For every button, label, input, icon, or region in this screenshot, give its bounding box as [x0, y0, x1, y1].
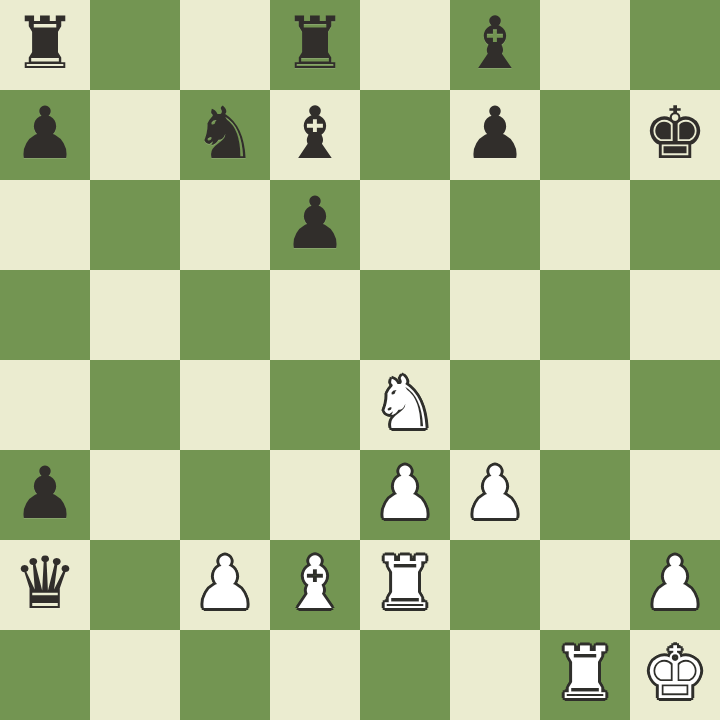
chess-board: ♜♜♝♟♞♝♟♚♟♞♟♟♟♛♟♝♜♟♜♚ — [0, 0, 720, 720]
square-b6[interactable] — [90, 180, 180, 270]
piece-white-rook[interactable]: ♜ — [373, 538, 438, 628]
square-h6[interactable] — [630, 180, 720, 270]
square-e3[interactable]: ♟ — [360, 450, 450, 540]
square-e6[interactable] — [360, 180, 450, 270]
square-b4[interactable] — [90, 360, 180, 450]
square-d1[interactable] — [270, 630, 360, 720]
square-f3[interactable]: ♟ — [450, 450, 540, 540]
square-f4[interactable] — [450, 360, 540, 450]
piece-white-pawn[interactable]: ♟ — [193, 538, 258, 628]
square-a3[interactable]: ♟ — [0, 450, 90, 540]
piece-black-bishop[interactable]: ♝ — [463, 0, 528, 88]
square-g5[interactable] — [540, 270, 630, 360]
square-c7[interactable]: ♞ — [180, 90, 270, 180]
square-f7[interactable]: ♟ — [450, 90, 540, 180]
square-g2[interactable] — [540, 540, 630, 630]
square-e7[interactable] — [360, 90, 450, 180]
square-c4[interactable] — [180, 360, 270, 450]
square-b1[interactable] — [90, 630, 180, 720]
square-h1[interactable]: ♚ — [630, 630, 720, 720]
square-e8[interactable] — [360, 0, 450, 90]
square-a8[interactable]: ♜ — [0, 0, 90, 90]
square-a5[interactable] — [0, 270, 90, 360]
square-a7[interactable]: ♟ — [0, 90, 90, 180]
square-g7[interactable] — [540, 90, 630, 180]
piece-white-rook[interactable]: ♜ — [553, 628, 618, 718]
square-b5[interactable] — [90, 270, 180, 360]
square-h4[interactable] — [630, 360, 720, 450]
piece-white-pawn[interactable]: ♟ — [643, 538, 708, 628]
square-h2[interactable]: ♟ — [630, 540, 720, 630]
square-g1[interactable]: ♜ — [540, 630, 630, 720]
square-g6[interactable] — [540, 180, 630, 270]
square-b7[interactable] — [90, 90, 180, 180]
square-c8[interactable] — [180, 0, 270, 90]
piece-white-pawn[interactable]: ♟ — [373, 448, 438, 538]
square-c5[interactable] — [180, 270, 270, 360]
piece-black-bishop[interactable]: ♝ — [283, 88, 348, 178]
piece-black-knight[interactable]: ♞ — [193, 88, 258, 178]
piece-black-king[interactable]: ♚ — [643, 88, 708, 178]
piece-black-pawn[interactable]: ♟ — [463, 88, 528, 178]
square-d2[interactable]: ♝ — [270, 540, 360, 630]
square-f8[interactable]: ♝ — [450, 0, 540, 90]
piece-black-pawn[interactable]: ♟ — [283, 178, 348, 268]
piece-black-queen[interactable]: ♛ — [13, 538, 78, 628]
square-e2[interactable]: ♜ — [360, 540, 450, 630]
square-b2[interactable] — [90, 540, 180, 630]
square-c2[interactable]: ♟ — [180, 540, 270, 630]
square-c6[interactable] — [180, 180, 270, 270]
chess-board-wrapper: ♜♜♝♟♞♝♟♚♟♞♟♟♟♛♟♝♜♟♜♚ — [0, 0, 720, 720]
square-a2[interactable]: ♛ — [0, 540, 90, 630]
square-f2[interactable] — [450, 540, 540, 630]
square-g8[interactable] — [540, 0, 630, 90]
square-h7[interactable]: ♚ — [630, 90, 720, 180]
piece-white-bishop[interactable]: ♝ — [283, 538, 348, 628]
square-e4[interactable]: ♞ — [360, 360, 450, 450]
square-a1[interactable] — [0, 630, 90, 720]
square-b8[interactable] — [90, 0, 180, 90]
square-d4[interactable] — [270, 360, 360, 450]
square-e5[interactable] — [360, 270, 450, 360]
piece-white-pawn[interactable]: ♟ — [463, 448, 528, 538]
square-d6[interactable]: ♟ — [270, 180, 360, 270]
square-c3[interactable] — [180, 450, 270, 540]
square-d8[interactable]: ♜ — [270, 0, 360, 90]
square-f6[interactable] — [450, 180, 540, 270]
square-d3[interactable] — [270, 450, 360, 540]
square-g4[interactable] — [540, 360, 630, 450]
square-g3[interactable] — [540, 450, 630, 540]
piece-black-rook[interactable]: ♜ — [13, 0, 78, 88]
square-h5[interactable] — [630, 270, 720, 360]
square-a6[interactable] — [0, 180, 90, 270]
square-e1[interactable] — [360, 630, 450, 720]
square-f1[interactable] — [450, 630, 540, 720]
square-h8[interactable] — [630, 0, 720, 90]
piece-black-rook[interactable]: ♜ — [283, 0, 348, 88]
square-d5[interactable] — [270, 270, 360, 360]
piece-white-knight[interactable]: ♞ — [373, 358, 438, 448]
square-c1[interactable] — [180, 630, 270, 720]
piece-white-king[interactable]: ♚ — [643, 628, 708, 718]
piece-black-pawn[interactable]: ♟ — [13, 448, 78, 538]
square-a4[interactable] — [0, 360, 90, 450]
square-d7[interactable]: ♝ — [270, 90, 360, 180]
square-h3[interactable] — [630, 450, 720, 540]
square-b3[interactable] — [90, 450, 180, 540]
piece-black-pawn[interactable]: ♟ — [13, 88, 78, 178]
square-f5[interactable] — [450, 270, 540, 360]
